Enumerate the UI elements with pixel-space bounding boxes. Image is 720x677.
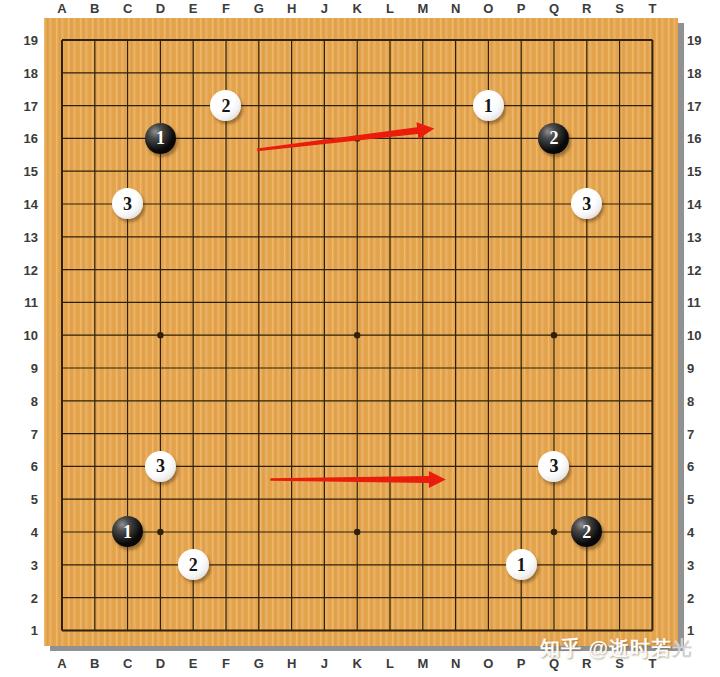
row-label-right-11: 11 (687, 295, 713, 310)
col-label-top-B: B (90, 1, 99, 16)
row-label-left-6: 6 (12, 459, 38, 474)
row-label-right-10: 10 (687, 328, 713, 343)
col-label-top-Q: Q (549, 1, 559, 16)
row-label-right-13: 13 (687, 229, 713, 244)
stone-move-number: 3 (123, 195, 132, 213)
col-label-bottom-N: N (451, 656, 460, 671)
col-label-bottom-A: A (57, 656, 66, 671)
row-label-right-18: 18 (687, 65, 713, 80)
col-label-bottom-B: B (90, 656, 99, 671)
col-label-top-R: R (582, 1, 591, 16)
col-label-bottom-L: L (386, 656, 394, 671)
stone-move-number: 2 (549, 129, 558, 147)
row-label-right-5: 5 (687, 492, 713, 507)
row-label-left-10: 10 (12, 328, 38, 343)
row-label-right-6: 6 (687, 459, 713, 474)
stone-black-C4: 1 (112, 516, 143, 547)
col-label-bottom-G: G (254, 656, 264, 671)
row-label-right-4: 4 (687, 525, 713, 540)
col-label-top-G: G (254, 1, 264, 16)
stone-move-number: 1 (123, 523, 132, 541)
row-label-right-12: 12 (687, 262, 713, 277)
stones-layer: 123123123123 (46, 24, 669, 647)
col-label-bottom-P: P (517, 656, 526, 671)
row-label-right-19: 19 (687, 33, 713, 48)
row-label-left-15: 15 (12, 164, 38, 179)
watermark: 知乎 @逝时若光 (540, 635, 693, 662)
stone-white-F17: 2 (210, 90, 241, 121)
col-label-top-M: M (417, 1, 428, 16)
row-label-left-14: 14 (12, 197, 38, 212)
col-label-top-C: C (123, 1, 132, 16)
stone-white-O17: 1 (473, 90, 504, 121)
stone-move-number: 3 (549, 457, 558, 475)
col-label-top-D: D (156, 1, 165, 16)
row-label-left-9: 9 (12, 361, 38, 376)
row-label-left-2: 2 (12, 590, 38, 605)
stone-white-Q6: 3 (538, 451, 569, 482)
stone-white-E3: 2 (178, 549, 209, 580)
stone-move-number: 2 (189, 556, 198, 574)
row-label-left-5: 5 (12, 492, 38, 507)
col-label-bottom-K: K (352, 656, 361, 671)
col-label-bottom-D: D (156, 656, 165, 671)
row-label-left-13: 13 (12, 229, 38, 244)
row-label-right-9: 9 (687, 361, 713, 376)
row-label-right-2: 2 (687, 590, 713, 605)
col-label-top-N: N (451, 1, 460, 16)
col-label-top-F: F (222, 1, 230, 16)
watermark-text-on-board: 知乎 @逝时若 (540, 637, 672, 659)
row-label-left-11: 11 (12, 295, 38, 310)
row-label-right-17: 17 (687, 98, 713, 113)
row-label-left-4: 4 (12, 525, 38, 540)
stone-black-D16: 1 (145, 123, 176, 154)
col-label-top-T: T (648, 1, 656, 16)
col-label-bottom-H: H (287, 656, 296, 671)
col-label-bottom-J: J (321, 656, 328, 671)
stone-move-number: 2 (582, 523, 591, 541)
col-label-bottom-O: O (483, 656, 493, 671)
stone-white-P3: 1 (506, 549, 537, 580)
col-label-bottom-M: M (417, 656, 428, 671)
row-label-left-12: 12 (12, 262, 38, 277)
row-label-right-7: 7 (687, 426, 713, 441)
row-label-left-3: 3 (12, 557, 38, 572)
col-label-bottom-C: C (123, 656, 132, 671)
stone-white-D6: 3 (145, 451, 176, 482)
col-label-top-O: O (483, 1, 493, 16)
col-label-top-S: S (615, 1, 624, 16)
go-diagram-page: 123123123123 AABBCCDDEEFFGGHHJJKKLLMMNNO… (0, 0, 720, 677)
row-label-right-3: 3 (687, 557, 713, 572)
row-label-left-16: 16 (12, 131, 38, 146)
row-label-right-8: 8 (687, 393, 713, 408)
stone-move-number: 1 (517, 556, 526, 574)
row-label-left-7: 7 (12, 426, 38, 441)
stone-black-R4: 2 (571, 516, 602, 547)
stone-move-number: 3 (582, 195, 591, 213)
col-label-bottom-E: E (189, 656, 198, 671)
stone-white-R14: 3 (571, 188, 602, 219)
row-label-left-18: 18 (12, 65, 38, 80)
stone-move-number: 1 (484, 97, 493, 115)
stone-move-number: 1 (156, 129, 165, 147)
col-label-top-K: K (352, 1, 361, 16)
col-label-top-J: J (321, 1, 328, 16)
row-label-left-8: 8 (12, 393, 38, 408)
stone-move-number: 3 (156, 457, 165, 475)
row-label-right-15: 15 (687, 164, 713, 179)
col-label-top-A: A (57, 1, 66, 16)
col-label-top-L: L (386, 1, 394, 16)
col-label-top-E: E (189, 1, 198, 16)
watermark-text-off-board: 光 (672, 637, 693, 659)
row-label-left-19: 19 (12, 33, 38, 48)
row-label-right-14: 14 (687, 197, 713, 212)
col-label-bottom-F: F (222, 656, 230, 671)
row-label-left-1: 1 (12, 623, 38, 638)
col-label-top-H: H (287, 1, 296, 16)
stone-white-C14: 3 (112, 188, 143, 219)
row-label-right-16: 16 (687, 131, 713, 146)
col-label-top-P: P (517, 1, 526, 16)
stone-black-Q16: 2 (538, 123, 569, 154)
row-label-left-17: 17 (12, 98, 38, 113)
stone-move-number: 2 (221, 97, 230, 115)
